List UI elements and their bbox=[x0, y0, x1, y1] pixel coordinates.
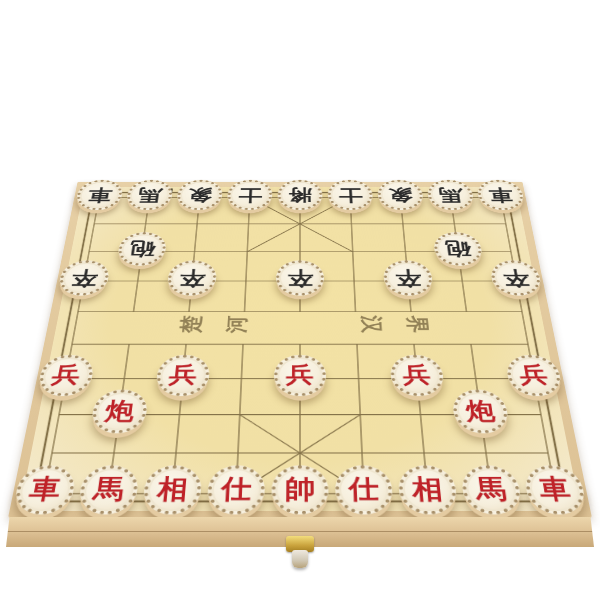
piece-character: 砲 bbox=[128, 240, 156, 258]
board-grid-lines bbox=[19, 187, 580, 511]
piece-character: 帥 bbox=[285, 476, 316, 502]
piece-character: 馬 bbox=[92, 476, 126, 502]
piece-character: 卒 bbox=[178, 269, 205, 288]
piece-character: 炮 bbox=[104, 399, 136, 422]
piece-black-advisor[interactable]: 士 bbox=[327, 180, 373, 210]
piece-character: 卒 bbox=[70, 269, 99, 288]
piece-character: 兵 bbox=[50, 364, 82, 386]
piece-character: 馬 bbox=[137, 187, 163, 203]
river-char: 界 bbox=[405, 315, 430, 333]
piece-character: 卒 bbox=[287, 269, 313, 288]
piece-red-general[interactable]: 帥 bbox=[271, 465, 329, 514]
piece-character: 兵 bbox=[402, 364, 432, 386]
piece-character: 車 bbox=[487, 187, 514, 203]
river-char: 楚 bbox=[178, 315, 203, 333]
piece-character: 象 bbox=[388, 187, 413, 203]
piece-character: 仕 bbox=[220, 476, 252, 502]
piece-character: 卒 bbox=[501, 269, 530, 288]
piece-character: 砲 bbox=[444, 240, 472, 258]
xiangqi-board: 楚 河 汉 界 40 象棋 合格 車馬象士將士象馬車砲砲卒卒卒卒卒兵兵兵兵兵炮炮… bbox=[8, 182, 592, 518]
piece-character: 車 bbox=[537, 476, 572, 502]
piece-character: 卒 bbox=[394, 269, 421, 288]
river-text-left: 楚 河 bbox=[178, 315, 248, 333]
piece-character: 相 bbox=[156, 476, 189, 502]
piece-character: 馬 bbox=[437, 187, 463, 203]
piece-character: 象 bbox=[187, 187, 212, 203]
board-surface: 楚 河 汉 界 40 象棋 合格 車馬象士將士象馬車砲砲卒卒卒卒卒兵兵兵兵兵炮炮… bbox=[19, 187, 580, 511]
piece-character: 馬 bbox=[474, 476, 508, 502]
brass-latch bbox=[280, 536, 320, 576]
piece-character: 仕 bbox=[348, 476, 380, 502]
piece-black-general[interactable]: 將 bbox=[277, 180, 322, 210]
piece-character: 相 bbox=[411, 476, 444, 502]
box-seam bbox=[6, 531, 594, 532]
piece-character: 車 bbox=[28, 476, 63, 502]
latch-hasp bbox=[292, 550, 308, 568]
river-char: 河 bbox=[224, 315, 248, 333]
piece-character: 士 bbox=[338, 187, 363, 203]
river-char: 汉 bbox=[360, 315, 384, 333]
river-text-right: 汉 界 bbox=[360, 315, 430, 333]
piece-character: 兵 bbox=[286, 364, 314, 386]
xiangqi-set-photo: 楚 河 汉 界 40 象棋 合格 車馬象士將士象馬車砲砲卒卒卒卒卒兵兵兵兵兵炮炮… bbox=[0, 0, 600, 600]
piece-character: 士 bbox=[237, 187, 262, 203]
piece-red-soldier[interactable]: 兵 bbox=[274, 355, 327, 396]
piece-character: 炮 bbox=[464, 399, 496, 422]
piece-character: 將 bbox=[288, 187, 312, 203]
piece-character: 兵 bbox=[168, 364, 198, 386]
piece-character: 車 bbox=[86, 187, 113, 203]
piece-character: 兵 bbox=[518, 364, 550, 386]
